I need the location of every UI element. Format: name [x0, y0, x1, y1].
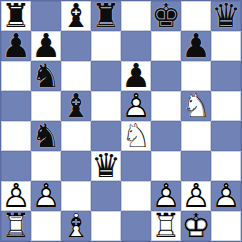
square-g7[interactable]: ♟: [181, 31, 211, 61]
square-c1[interactable]: ♝♗: [61, 211, 91, 241]
square-h1[interactable]: [211, 211, 241, 241]
white-rook-outline-icon: ♖: [151, 211, 181, 241]
black-knight-icon: ♞: [31, 121, 61, 151]
square-d7[interactable]: [91, 31, 121, 61]
black-queen-icon: ♛: [91, 151, 121, 181]
piece-white-pawn[interactable]: ♟♙: [211, 181, 241, 211]
square-a5[interactable]: [1, 91, 31, 121]
square-g1[interactable]: ♚♔: [181, 211, 211, 241]
white-king-outline-icon: ♔: [181, 211, 211, 241]
white-knight-outline-icon: ♘: [181, 91, 211, 121]
square-f6[interactable]: [151, 61, 181, 91]
square-a7[interactable]: ♟: [1, 31, 31, 61]
black-pawn-icon: ♟: [1, 31, 31, 61]
square-c7[interactable]: [61, 31, 91, 61]
piece-white-rook[interactable]: ♜♖: [151, 211, 181, 241]
square-g4[interactable]: [181, 121, 211, 151]
black-pawn-icon: ♟: [181, 31, 211, 61]
square-e3[interactable]: [121, 151, 151, 181]
square-g5[interactable]: ♞♘: [181, 91, 211, 121]
piece-white-pawn[interactable]: ♟♙: [31, 181, 61, 211]
white-bishop-outline-icon: ♗: [61, 211, 91, 241]
piece-black-knight[interactable]: ♞: [31, 121, 61, 151]
square-f4[interactable]: [151, 121, 181, 151]
square-f5[interactable]: [151, 91, 181, 121]
square-d6[interactable]: [91, 61, 121, 91]
square-a6[interactable]: [1, 61, 31, 91]
white-pawn-outline-icon: ♙: [31, 181, 61, 211]
square-c3[interactable]: [61, 151, 91, 181]
black-bishop-icon: ♝: [61, 1, 91, 31]
black-king-icon: ♚: [151, 1, 181, 31]
square-a1[interactable]: ♜♖: [1, 211, 31, 241]
square-d3[interactable]: ♛: [91, 151, 121, 181]
square-h6[interactable]: [211, 61, 241, 91]
square-f8[interactable]: ♚: [151, 1, 181, 31]
square-c4[interactable]: [61, 121, 91, 151]
square-c8[interactable]: ♝: [61, 1, 91, 31]
chess-board: ♜♝♜♚♛♟♟♟♞♟♝♟♙♞♘♞♞♘♛♟♙♟♙♟♙♟♙♟♙♜♖♝♗♜♖♚♔: [0, 0, 242, 242]
piece-black-bishop[interactable]: ♝: [61, 1, 91, 31]
white-rook-outline-icon: ♖: [1, 211, 31, 241]
black-knight-icon: ♞: [31, 61, 61, 91]
piece-white-king[interactable]: ♚♔: [181, 211, 211, 241]
piece-black-king[interactable]: ♚: [151, 1, 181, 31]
piece-black-queen[interactable]: ♛: [211, 1, 241, 31]
square-e2[interactable]: [121, 181, 151, 211]
square-h2[interactable]: ♟♙: [211, 181, 241, 211]
square-h7[interactable]: [211, 31, 241, 61]
square-e1[interactable]: [121, 211, 151, 241]
black-queen-icon: ♛: [211, 1, 241, 31]
square-b6[interactable]: ♞: [31, 61, 61, 91]
piece-black-knight[interactable]: ♞: [31, 61, 61, 91]
square-b1[interactable]: [31, 211, 61, 241]
square-c5[interactable]: ♝: [61, 91, 91, 121]
piece-white-rook[interactable]: ♜♖: [1, 211, 31, 241]
piece-black-pawn[interactable]: ♟: [1, 31, 31, 61]
square-d1[interactable]: [91, 211, 121, 241]
piece-white-bishop[interactable]: ♝♗: [61, 211, 91, 241]
square-b2[interactable]: ♟♙: [31, 181, 61, 211]
square-e8[interactable]: [121, 1, 151, 31]
square-h8[interactable]: ♛: [211, 1, 241, 31]
white-pawn-outline-icon: ♙: [211, 181, 241, 211]
square-d2[interactable]: [91, 181, 121, 211]
piece-black-bishop[interactable]: ♝: [61, 91, 91, 121]
square-d8[interactable]: ♜: [91, 1, 121, 31]
square-h4[interactable]: [211, 121, 241, 151]
square-h5[interactable]: [211, 91, 241, 121]
square-f7[interactable]: [151, 31, 181, 61]
square-d5[interactable]: [91, 91, 121, 121]
black-bishop-icon: ♝: [61, 91, 91, 121]
piece-black-rook[interactable]: ♜: [91, 1, 121, 31]
square-e4[interactable]: ♞♘: [121, 121, 151, 151]
piece-white-knight[interactable]: ♞♘: [181, 91, 211, 121]
black-rook-icon: ♜: [91, 1, 121, 31]
piece-black-pawn[interactable]: ♟: [181, 31, 211, 61]
square-f1[interactable]: ♜♖: [151, 211, 181, 241]
square-b4[interactable]: ♞: [31, 121, 61, 151]
white-knight-outline-icon: ♘: [121, 121, 151, 151]
square-a4[interactable]: [1, 121, 31, 151]
piece-black-queen[interactable]: ♛: [91, 151, 121, 181]
piece-white-knight[interactable]: ♞♘: [121, 121, 151, 151]
